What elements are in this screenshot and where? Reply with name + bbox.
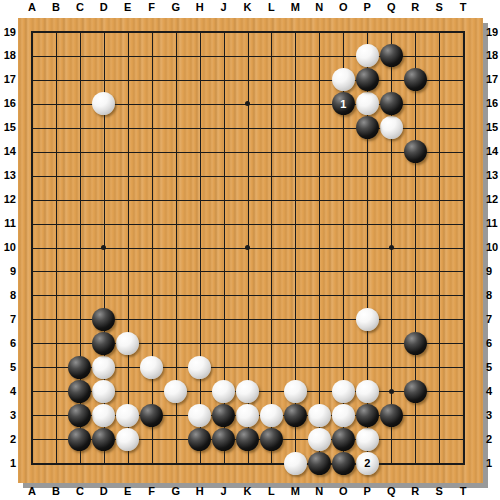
column-label-bottom-S: S	[430, 485, 448, 498]
column-label-bottom-P: P	[358, 485, 376, 498]
stone-black-K2[interactable]	[236, 428, 259, 451]
stone-black-L2[interactable]	[260, 428, 283, 451]
stone-white-D5[interactable]	[92, 356, 115, 379]
column-label-bottom-M: M	[286, 485, 304, 498]
column-label-bottom-C: C	[71, 485, 89, 498]
row-label-right-19: 19	[486, 26, 500, 39]
row-label-right-1: 1	[486, 457, 500, 470]
column-label-bottom-F: F	[143, 485, 161, 498]
stone-white-D3[interactable]	[92, 404, 115, 427]
row-label-right-17: 17	[486, 73, 500, 86]
column-label-bottom-L: L	[262, 485, 280, 498]
stone-black-R4[interactable]	[404, 380, 427, 403]
row-label-left-8: 8	[0, 289, 16, 302]
stone-black-C3[interactable]	[68, 404, 91, 427]
stone-black-F3[interactable]	[140, 404, 163, 427]
row-label-right-3: 3	[486, 409, 500, 422]
stone-black-P17[interactable]	[356, 68, 379, 91]
row-label-left-17: 17	[0, 73, 16, 86]
stone-black-Q18[interactable]	[380, 44, 403, 67]
column-label-top-M: M	[286, 1, 304, 14]
stone-white-P2[interactable]	[356, 428, 379, 451]
stone-black-R14[interactable]	[404, 140, 427, 163]
stone-white-L3[interactable]	[260, 404, 283, 427]
column-label-bottom-A: A	[23, 485, 41, 498]
move-number-label-P1: 2	[364, 457, 370, 469]
column-label-top-P: P	[358, 1, 376, 14]
stone-black-C4[interactable]	[68, 380, 91, 403]
stone-white-G4[interactable]	[164, 380, 187, 403]
column-label-top-T: T	[454, 1, 472, 14]
row-label-left-13: 13	[0, 169, 16, 182]
row-label-left-4: 4	[0, 385, 16, 398]
row-label-left-10: 10	[0, 241, 16, 254]
stone-black-P3[interactable]	[356, 404, 379, 427]
row-label-right-6: 6	[486, 337, 500, 350]
stone-black-R17[interactable]	[404, 68, 427, 91]
stone-white-P4[interactable]	[356, 380, 379, 403]
stone-black-R6[interactable]	[404, 332, 427, 355]
column-label-top-Q: Q	[382, 1, 400, 14]
stone-black-D2[interactable]	[92, 428, 115, 451]
row-label-left-1: 1	[0, 457, 16, 470]
stone-white-P1[interactable]: 2	[356, 452, 379, 475]
stone-black-H2[interactable]	[188, 428, 211, 451]
row-label-right-11: 11	[486, 217, 500, 230]
column-label-top-C: C	[71, 1, 89, 14]
stone-white-N2[interactable]	[308, 428, 331, 451]
column-label-bottom-J: J	[215, 485, 233, 498]
stone-black-C5[interactable]	[68, 356, 91, 379]
stone-white-H5[interactable]	[188, 356, 211, 379]
row-label-left-5: 5	[0, 361, 16, 374]
stone-white-P16[interactable]	[356, 92, 379, 115]
row-label-right-5: 5	[486, 361, 500, 374]
row-label-left-6: 6	[0, 337, 16, 350]
column-label-top-B: B	[47, 1, 65, 14]
row-label-right-12: 12	[486, 193, 500, 206]
stone-black-Q16[interactable]	[380, 92, 403, 115]
column-label-bottom-D: D	[95, 485, 113, 498]
column-label-top-N: N	[310, 1, 328, 14]
stone-white-O17[interactable]	[332, 68, 355, 91]
column-label-top-L: L	[262, 1, 280, 14]
row-label-right-16: 16	[486, 97, 500, 110]
row-label-right-13: 13	[486, 169, 500, 182]
column-label-top-E: E	[119, 1, 137, 14]
stone-white-K4[interactable]	[236, 380, 259, 403]
row-label-right-14: 14	[486, 145, 500, 158]
row-label-right-9: 9	[486, 265, 500, 278]
stone-white-E6[interactable]	[116, 332, 139, 355]
row-label-left-9: 9	[0, 265, 16, 278]
row-label-left-3: 3	[0, 409, 16, 422]
stone-black-Q3[interactable]	[380, 404, 403, 427]
stone-black-O2[interactable]	[332, 428, 355, 451]
row-label-left-2: 2	[0, 433, 16, 446]
column-label-bottom-T: T	[454, 485, 472, 498]
star-point-Q10	[389, 245, 394, 250]
stone-black-M3[interactable]	[284, 404, 307, 427]
stone-white-E3[interactable]	[116, 404, 139, 427]
row-label-right-8: 8	[486, 289, 500, 302]
column-label-top-A: A	[23, 1, 41, 14]
column-label-bottom-K: K	[239, 485, 257, 498]
column-label-bottom-N: N	[310, 485, 328, 498]
column-label-top-G: G	[167, 1, 185, 14]
stone-white-O4[interactable]	[332, 380, 355, 403]
go-board-page: AABBCCDDEEFFGGHHJJKKLLMMNNOOPPQQRRSSTT19…	[0, 0, 500, 500]
column-label-bottom-G: G	[167, 485, 185, 498]
stone-black-J3[interactable]	[212, 404, 235, 427]
column-label-bottom-O: O	[334, 485, 352, 498]
row-label-right-18: 18	[486, 49, 500, 62]
column-label-top-O: O	[334, 1, 352, 14]
stone-black-D6[interactable]	[92, 332, 115, 355]
star-point-Q4	[389, 389, 394, 394]
stone-black-O16[interactable]: 1	[332, 92, 355, 115]
column-label-top-K: K	[239, 1, 257, 14]
stone-white-M4[interactable]	[284, 380, 307, 403]
row-label-left-11: 11	[0, 217, 16, 230]
stone-white-Q15[interactable]	[380, 116, 403, 139]
row-label-left-19: 19	[0, 26, 16, 39]
column-label-top-R: R	[406, 1, 424, 14]
column-label-top-S: S	[430, 1, 448, 14]
stone-white-K3[interactable]	[236, 404, 259, 427]
row-label-right-10: 10	[486, 241, 500, 254]
row-label-left-12: 12	[0, 193, 16, 206]
column-label-top-H: H	[191, 1, 209, 14]
move-number-label-O16: 1	[340, 98, 346, 110]
stone-black-N1[interactable]	[308, 452, 331, 475]
stone-white-D4[interactable]	[92, 380, 115, 403]
column-label-top-J: J	[215, 1, 233, 14]
row-label-right-4: 4	[486, 385, 500, 398]
row-label-right-15: 15	[486, 121, 500, 134]
row-label-left-14: 14	[0, 145, 16, 158]
column-label-bottom-H: H	[191, 485, 209, 498]
stone-white-P7[interactable]	[356, 308, 379, 331]
column-label-bottom-Q: Q	[382, 485, 400, 498]
row-label-right-2: 2	[486, 433, 500, 446]
row-label-left-15: 15	[0, 121, 16, 134]
stone-black-C2[interactable]	[68, 428, 91, 451]
stone-black-J2[interactable]	[212, 428, 235, 451]
column-label-bottom-R: R	[406, 485, 424, 498]
stone-white-O3[interactable]	[332, 404, 355, 427]
stone-black-O1[interactable]	[332, 452, 355, 475]
stone-black-P15[interactable]	[356, 116, 379, 139]
column-label-bottom-E: E	[119, 485, 137, 498]
stone-white-H3[interactable]	[188, 404, 211, 427]
row-label-left-7: 7	[0, 313, 16, 326]
row-label-left-16: 16	[0, 97, 16, 110]
row-label-right-7: 7	[486, 313, 500, 326]
stone-white-F5[interactable]	[140, 356, 163, 379]
stone-white-M1[interactable]	[284, 452, 307, 475]
star-point-K10	[245, 245, 250, 250]
column-label-top-F: F	[143, 1, 161, 14]
column-label-top-D: D	[95, 1, 113, 14]
row-label-left-18: 18	[0, 49, 16, 62]
stone-white-J4[interactable]	[212, 380, 235, 403]
column-label-bottom-B: B	[47, 485, 65, 498]
stone-white-N3[interactable]	[308, 404, 331, 427]
stone-black-D7[interactable]	[92, 308, 115, 331]
stone-white-E2[interactable]	[116, 428, 139, 451]
